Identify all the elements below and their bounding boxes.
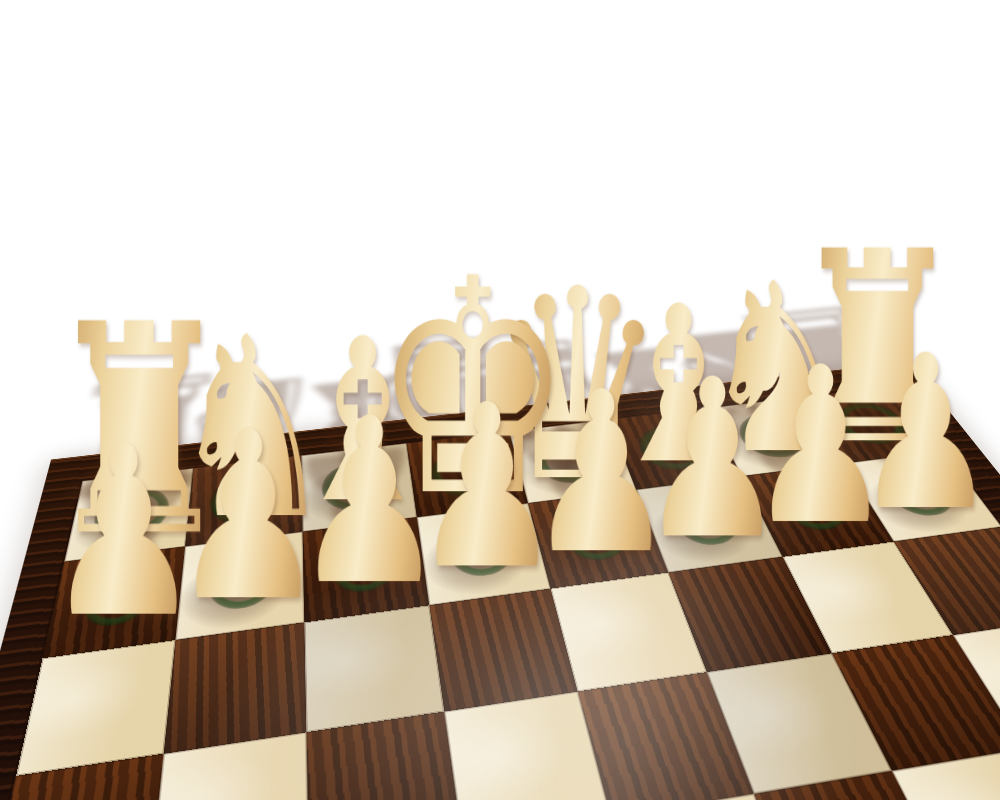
chess-set-photo: ♜♜♞♞♝♝♚♚♛♛♝♝♞♞♜♜♟♟♟♟♟♟♟♟♟♟♟♟♟♟♟♟ bbox=[0, 0, 1000, 800]
square-g3 bbox=[164, 622, 307, 753]
board-scene: ♜♜♞♞♝♝♚♚♛♛♝♝♞♞♜♜♟♟♟♟♟♟♟♟♟♟♟♟♟♟♟♟ bbox=[72, 359, 1000, 800]
board-grid: ♜♜♞♞♝♝♚♚♛♛♝♝♞♞♜♜♟♟♟♟♟♟♟♟♟♟♟♟♟♟♟♟ bbox=[0, 386, 1000, 800]
chess-board: ♜♜♞♞♝♝♚♚♛♛♝♝♞♞♜♜♟♟♟♟♟♟♟♟♟♟♟♟♟♟♟♟ bbox=[0, 362, 1000, 800]
square-f3 bbox=[304, 605, 444, 732]
